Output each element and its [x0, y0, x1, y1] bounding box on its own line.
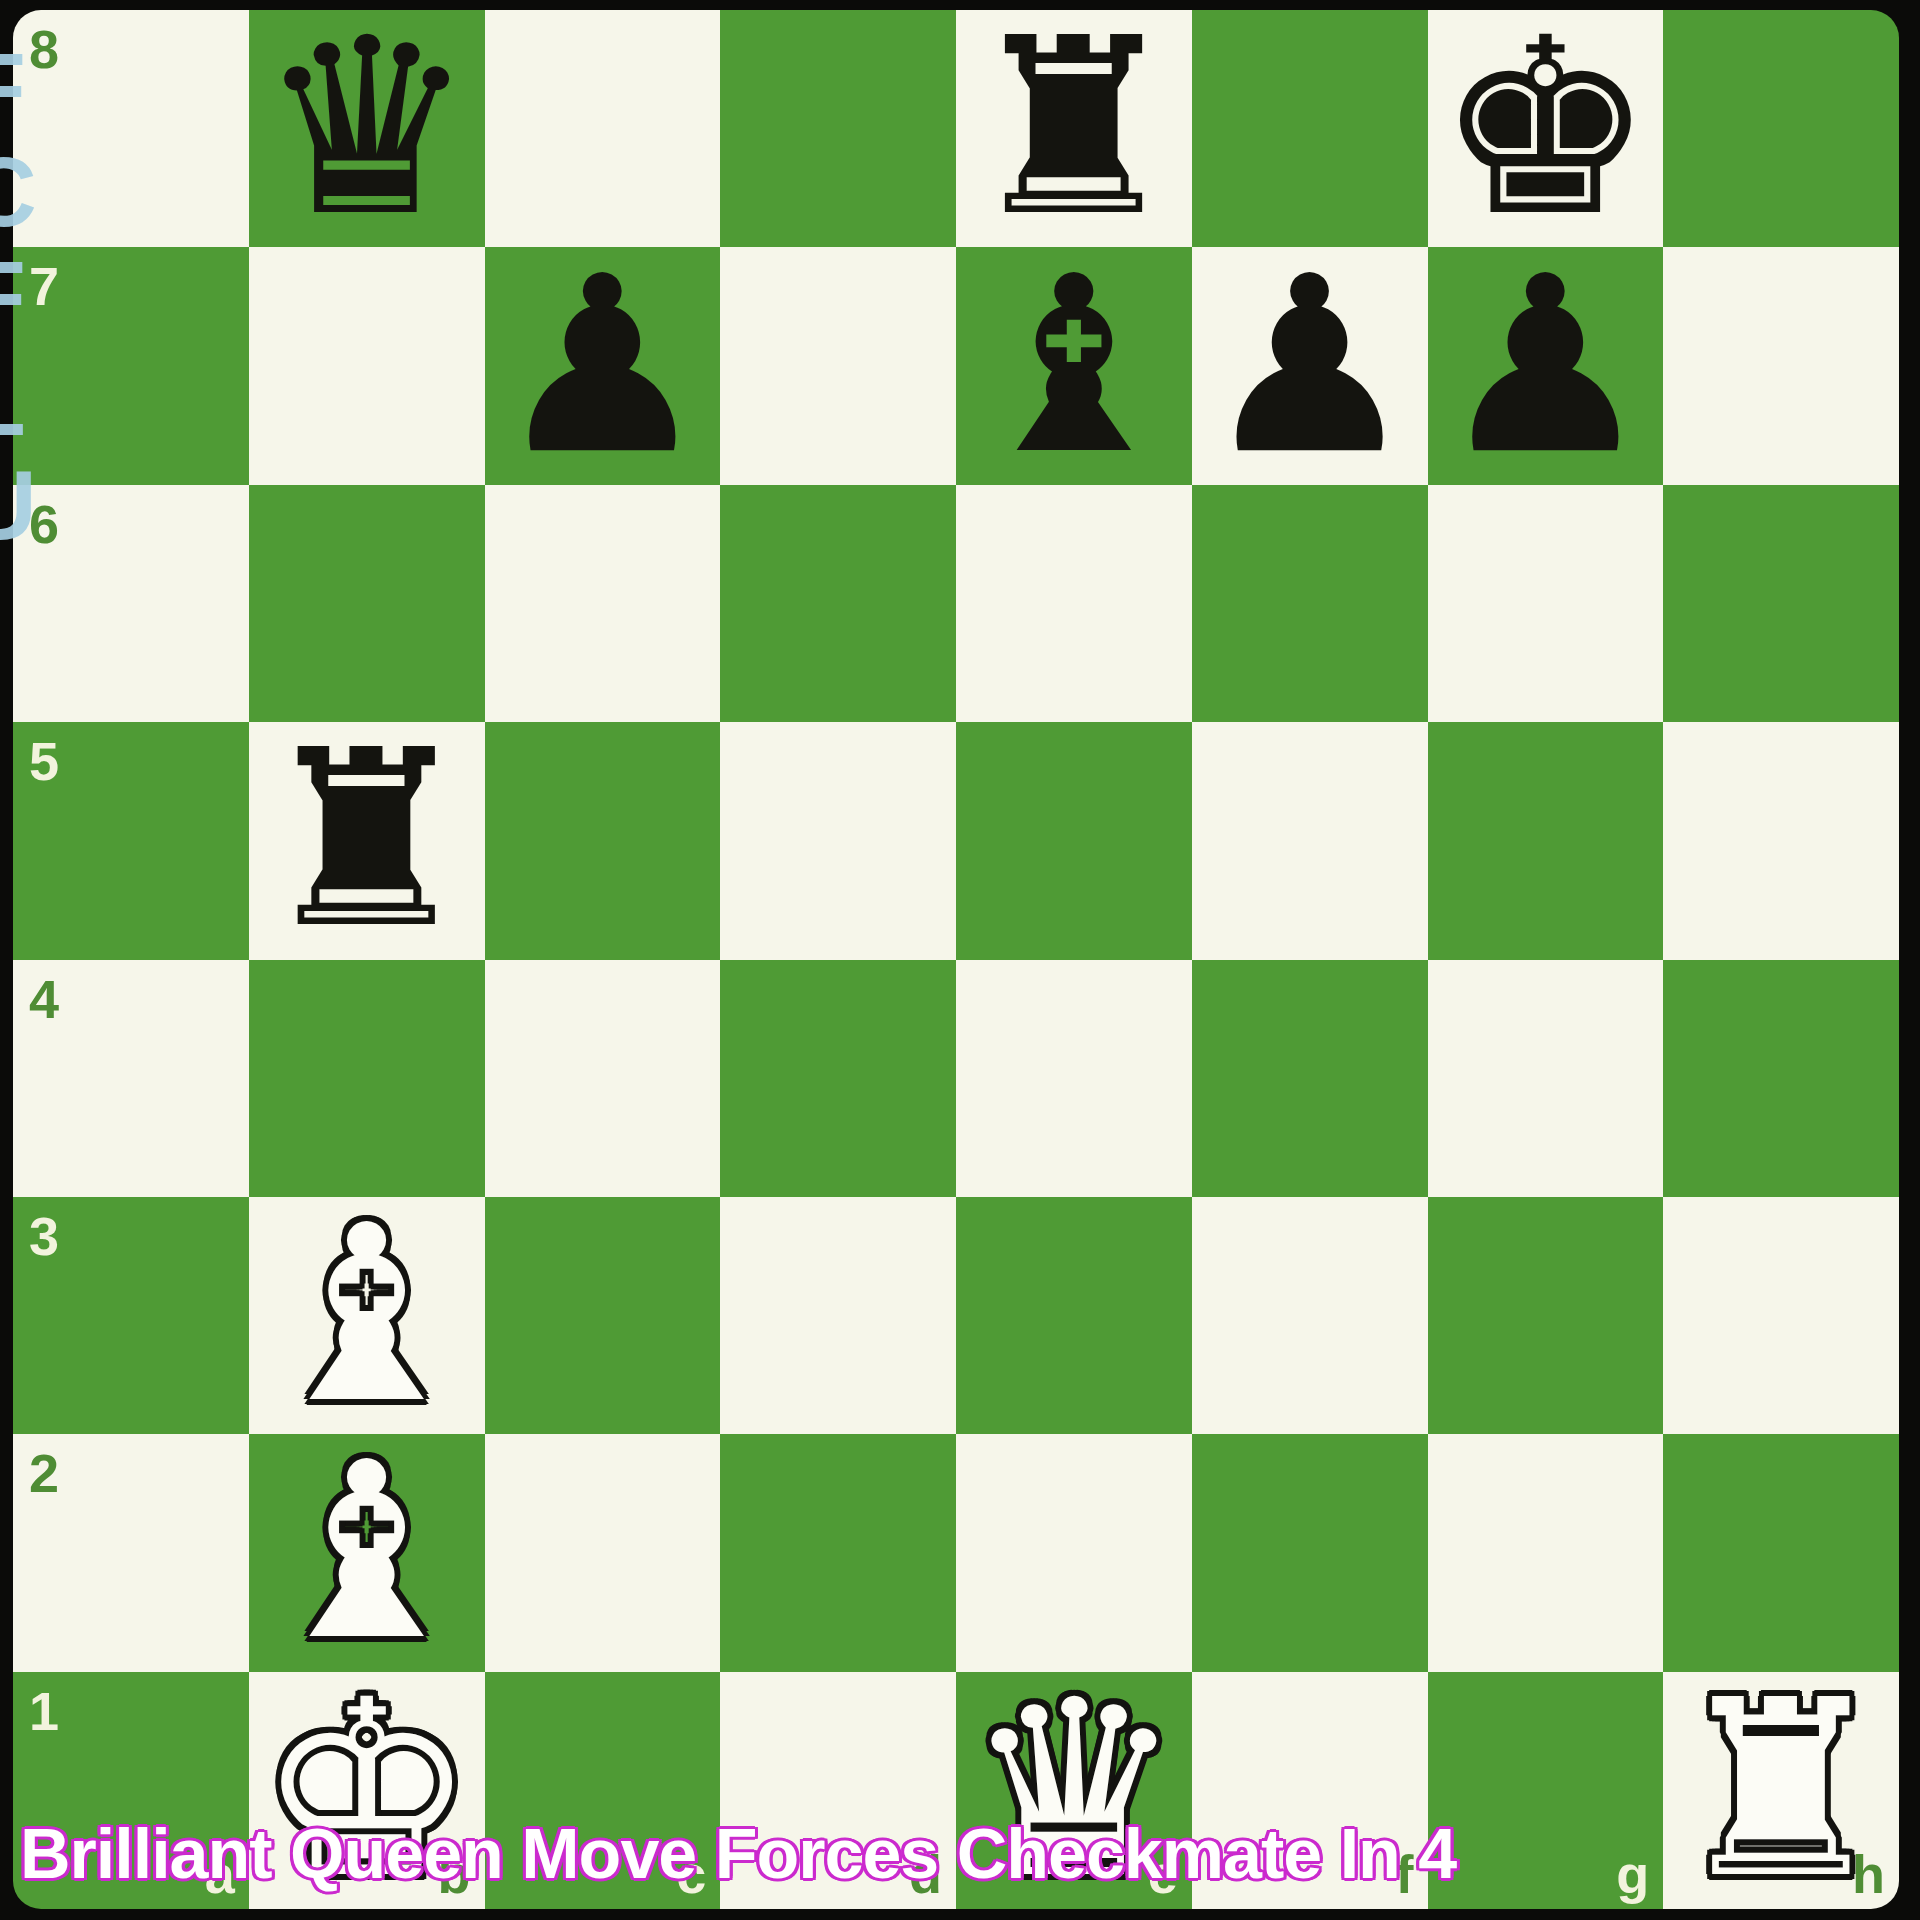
square-e2[interactable] — [956, 1434, 1192, 1671]
piece-bb-e7[interactable]: ♝︎ — [965, 248, 1184, 485]
video-caption: Brilliant Queen Move Forces Checkmate In… — [20, 1814, 1456, 1894]
square-h8[interactable] — [1663, 10, 1899, 247]
piece-bp-c7[interactable]: ♟︎ — [493, 248, 712, 485]
square-f3[interactable] — [1192, 1197, 1428, 1434]
rank-label-3: 3 — [29, 1209, 59, 1263]
square-a8[interactable]: 8 — [13, 10, 249, 247]
square-a3[interactable]: 3 — [13, 1197, 249, 1434]
square-b3[interactable]: ♝︎ — [249, 1197, 485, 1434]
square-b8[interactable]: ♛︎ — [249, 10, 485, 247]
square-d4[interactable] — [720, 960, 956, 1197]
square-e5[interactable] — [956, 722, 1192, 959]
piece-br-b5[interactable]: ♜︎ — [257, 722, 476, 959]
square-e8[interactable]: ♜︎ — [956, 10, 1192, 247]
square-h2[interactable] — [1663, 1434, 1899, 1671]
rank-label-6: 6 — [29, 497, 59, 551]
square-d3[interactable] — [720, 1197, 956, 1434]
square-h3[interactable] — [1663, 1197, 1899, 1434]
square-d6[interactable] — [720, 485, 956, 722]
square-d7[interactable] — [720, 247, 956, 484]
piece-bq-b8[interactable]: ♛︎ — [257, 10, 476, 247]
chess-board: 8♛︎♜︎♚︎7♟︎♝︎♟︎♟︎65♜︎43♝︎2♝︎1ab♚︎cde♛︎fgh… — [13, 10, 1899, 1909]
square-c2[interactable] — [485, 1434, 721, 1671]
square-c4[interactable] — [485, 960, 721, 1197]
square-g6[interactable] — [1428, 485, 1664, 722]
square-b2[interactable]: ♝︎ — [249, 1434, 485, 1671]
square-a4[interactable]: 4 — [13, 960, 249, 1197]
square-c6[interactable] — [485, 485, 721, 722]
rank-label-1: 1 — [29, 1684, 59, 1738]
square-f2[interactable] — [1192, 1434, 1428, 1671]
square-e6[interactable] — [956, 485, 1192, 722]
piece-bp-g7[interactable]: ♟︎ — [1436, 248, 1655, 485]
square-h6[interactable] — [1663, 485, 1899, 722]
file-label-g: g — [1616, 1847, 1649, 1901]
square-g2[interactable] — [1428, 1434, 1664, 1671]
square-e7[interactable]: ♝︎ — [956, 247, 1192, 484]
square-c8[interactable] — [485, 10, 721, 247]
square-e3[interactable] — [956, 1197, 1192, 1434]
square-a7[interactable]: 7 — [13, 247, 249, 484]
square-c3[interactable] — [485, 1197, 721, 1434]
square-c7[interactable]: ♟︎ — [485, 247, 721, 484]
square-a2[interactable]: 2 — [13, 1434, 249, 1671]
square-g4[interactable] — [1428, 960, 1664, 1197]
rank-label-5: 5 — [29, 734, 59, 788]
square-f8[interactable] — [1192, 10, 1428, 247]
square-h7[interactable] — [1663, 247, 1899, 484]
square-g1[interactable]: g — [1428, 1672, 1664, 1909]
square-b7[interactable] — [249, 247, 485, 484]
square-f6[interactable] — [1192, 485, 1428, 722]
square-d8[interactable] — [720, 10, 956, 247]
piece-bp-f7[interactable]: ♟︎ — [1200, 248, 1419, 485]
rank-label-7: 7 — [29, 259, 59, 313]
rank-label-8: 8 — [29, 22, 59, 76]
rank-label-4: 4 — [29, 972, 59, 1026]
square-f7[interactable]: ♟︎ — [1192, 247, 1428, 484]
square-e4[interactable] — [956, 960, 1192, 1197]
square-d5[interactable] — [720, 722, 956, 959]
rank-label-2: 2 — [29, 1446, 59, 1500]
square-c5[interactable] — [485, 722, 721, 959]
square-h5[interactable] — [1663, 722, 1899, 959]
square-h4[interactable] — [1663, 960, 1899, 1197]
square-g7[interactable]: ♟︎ — [1428, 247, 1664, 484]
piece-wb-b2[interactable]: ♝︎ — [257, 1434, 476, 1671]
square-a6[interactable]: 6 — [13, 485, 249, 722]
square-b5[interactable]: ♜︎ — [249, 722, 485, 959]
piece-wb-b3[interactable]: ♝︎ — [257, 1197, 476, 1434]
square-b6[interactable] — [249, 485, 485, 722]
square-f5[interactable] — [1192, 722, 1428, 959]
square-g3[interactable] — [1428, 1197, 1664, 1434]
square-h1[interactable]: h♜︎ — [1663, 1672, 1899, 1909]
square-g5[interactable] — [1428, 722, 1664, 959]
square-g8[interactable]: ♚︎ — [1428, 10, 1664, 247]
thumbnail-stage: 8♛︎♜︎♚︎7♟︎♝︎♟︎♟︎65♜︎43♝︎2♝︎1ab♚︎cde♛︎fgh… — [0, 0, 1920, 1920]
square-d2[interactable] — [720, 1434, 956, 1671]
square-f4[interactable] — [1192, 960, 1428, 1197]
file-label-h: h — [1852, 1847, 1885, 1901]
piece-br-e8[interactable]: ♜︎ — [965, 10, 1184, 247]
piece-bk-g8[interactable]: ♚︎ — [1436, 10, 1655, 247]
square-a5[interactable]: 5 — [13, 722, 249, 959]
square-b4[interactable] — [249, 960, 485, 1197]
